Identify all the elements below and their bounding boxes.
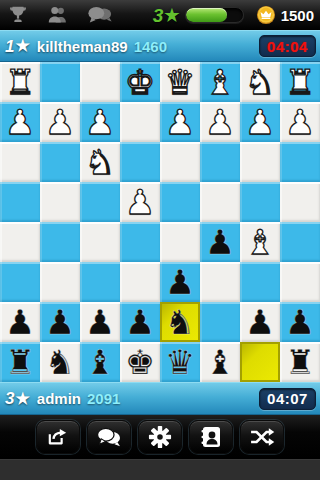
square-d1[interactable]: ♛ — [160, 62, 200, 102]
black-pawn-c5: ♟ — [205, 222, 235, 262]
chat-bubbles-icon — [96, 426, 122, 448]
xp-progress-fill — [186, 8, 226, 22]
contacts-icon — [199, 425, 223, 449]
black-pawn-h7: ♟ — [5, 302, 35, 342]
black-rook-a8: ♜ — [285, 342, 315, 382]
square-g7[interactable]: ♟ — [40, 302, 80, 342]
share-button[interactable] — [36, 420, 80, 454]
square-a1[interactable]: ♜ — [280, 62, 320, 102]
square-b6[interactable] — [240, 262, 280, 302]
square-a5[interactable] — [280, 222, 320, 262]
square-d7[interactable]: ♞ — [160, 302, 200, 342]
trophy-icon[interactable] — [6, 4, 30, 26]
shuffle-icon — [249, 427, 275, 447]
square-g8[interactable]: ♞ — [40, 342, 80, 382]
square-h4[interactable] — [0, 182, 40, 222]
top-player-clock: 04:04 — [259, 35, 316, 57]
black-pawn-e7: ♟ — [125, 302, 155, 342]
white-rook-h1: ♜ — [5, 62, 35, 102]
settings-button[interactable] — [138, 420, 182, 454]
bottom-player-bar: 3★ admin 2091 04:07 — [0, 382, 320, 415]
bottom-player-name: admin — [37, 390, 81, 407]
white-pawn-e4: ♟ — [125, 182, 155, 222]
square-a2[interactable]: ♟ — [280, 102, 320, 142]
top-player-star-icon: ★ — [15, 38, 29, 54]
status-bar: 3★ 1500 — [0, 0, 320, 30]
square-d4[interactable] — [160, 182, 200, 222]
black-pawn-a7: ♟ — [285, 302, 315, 342]
square-e6[interactable] — [120, 262, 160, 302]
square-b2[interactable]: ♟ — [240, 102, 280, 142]
square-f6[interactable] — [80, 262, 120, 302]
square-e7[interactable]: ♟ — [120, 302, 160, 342]
black-king-e8: ♚ — [125, 342, 155, 382]
square-h2[interactable]: ♟ — [0, 102, 40, 142]
white-pawn-a2: ♟ — [285, 102, 315, 142]
white-rook-a1: ♜ — [285, 62, 315, 102]
coin-amount: 1500 — [281, 7, 314, 24]
square-b1[interactable]: ♞ — [240, 62, 280, 102]
white-pawn-f2: ♟ — [85, 102, 115, 142]
players-icon[interactable] — [46, 4, 70, 26]
square-d2[interactable]: ♟ — [160, 102, 200, 142]
square-g1[interactable] — [40, 62, 80, 102]
black-knight-d7: ♞ — [165, 302, 195, 342]
square-c7[interactable] — [200, 302, 240, 342]
bottom-player-level: 3★ — [5, 390, 30, 407]
xp-progress-bar — [185, 7, 243, 23]
square-h8[interactable]: ♜ — [0, 342, 40, 382]
square-a7[interactable]: ♟ — [280, 302, 320, 342]
square-f2[interactable]: ♟ — [80, 102, 120, 142]
square-h5[interactable] — [0, 222, 40, 262]
square-c1[interactable]: ♝ — [200, 62, 240, 102]
square-a3[interactable] — [280, 142, 320, 182]
square-h1[interactable]: ♜ — [0, 62, 40, 102]
square-a8[interactable]: ♜ — [280, 342, 320, 382]
black-rook-h8: ♜ — [5, 342, 35, 382]
black-pawn-f7: ♟ — [85, 302, 115, 342]
square-b7[interactable]: ♟ — [240, 302, 280, 342]
square-e4[interactable]: ♟ — [120, 182, 160, 222]
bottom-player-clock: 04:07 — [259, 388, 316, 410]
chat-icon[interactable] — [87, 4, 113, 26]
square-f5[interactable] — [80, 222, 120, 262]
top-player-rating: 1460 — [134, 38, 167, 55]
black-pawn-d6: ♟ — [165, 262, 195, 302]
square-c2[interactable]: ♟ — [200, 102, 240, 142]
white-king-e1: ♚ — [125, 62, 155, 102]
square-e8[interactable]: ♚ — [120, 342, 160, 382]
square-f7[interactable]: ♟ — [80, 302, 120, 342]
square-b4[interactable] — [240, 182, 280, 222]
square-d8[interactable]: ♛ — [160, 342, 200, 382]
square-a6[interactable] — [280, 262, 320, 302]
square-b8[interactable] — [240, 342, 280, 382]
crown-coin-icon — [256, 5, 276, 25]
black-bishop-c8: ♝ — [205, 342, 235, 382]
bottom-toolbar — [0, 415, 320, 458]
gear-icon — [148, 425, 172, 449]
square-a4[interactable] — [280, 182, 320, 222]
square-e2[interactable] — [120, 102, 160, 142]
square-f4[interactable] — [80, 182, 120, 222]
square-b3[interactable] — [240, 142, 280, 182]
top-player-bar: 1★ killtheman89 1460 04:04 — [0, 30, 320, 62]
white-bishop-c1: ♝ — [205, 62, 235, 102]
shuffle-button[interactable] — [240, 420, 284, 454]
black-pawn-g7: ♟ — [45, 302, 75, 342]
square-c4[interactable] — [200, 182, 240, 222]
square-h7[interactable]: ♟ — [0, 302, 40, 342]
square-c5[interactable]: ♟ — [200, 222, 240, 262]
black-knight-g8: ♞ — [45, 342, 75, 382]
bottom-player-star-icon: ★ — [15, 391, 29, 407]
black-pawn-b7: ♟ — [245, 302, 275, 342]
square-h3[interactable] — [0, 142, 40, 182]
white-pawn-h2: ♟ — [5, 102, 35, 142]
square-h6[interactable] — [0, 262, 40, 302]
square-g5[interactable] — [40, 222, 80, 262]
bottom-player-rating: 2091 — [87, 390, 120, 407]
level-number: 3 — [153, 6, 164, 25]
square-f3[interactable]: ♞ — [80, 142, 120, 182]
white-pawn-d2: ♟ — [165, 102, 195, 142]
share-icon — [46, 427, 70, 447]
square-g4[interactable] — [40, 182, 80, 222]
white-bishop-b5: ♝ — [245, 222, 275, 262]
square-d6[interactable]: ♟ — [160, 262, 200, 302]
white-queen-d1: ♛ — [165, 62, 195, 102]
chat-button[interactable] — [87, 420, 131, 454]
white-pawn-g2: ♟ — [45, 102, 75, 142]
white-knight-f3: ♞ — [85, 142, 115, 182]
level-star-icon: ★ — [164, 7, 179, 24]
top-player-name: killtheman89 — [37, 38, 128, 55]
square-g6[interactable] — [40, 262, 80, 302]
square-d3[interactable] — [160, 142, 200, 182]
square-e1[interactable]: ♚ — [120, 62, 160, 102]
top-player-level: 1★ — [5, 38, 30, 55]
bottom-strip — [0, 458, 320, 480]
square-e3[interactable] — [120, 142, 160, 182]
contacts-button[interactable] — [189, 420, 233, 454]
coin-balance: 1500 — [256, 5, 314, 25]
level-badge: 3★ — [153, 6, 180, 25]
square-d5[interactable] — [160, 222, 200, 262]
square-e5[interactable] — [120, 222, 160, 262]
white-pawn-c2: ♟ — [205, 102, 235, 142]
square-c3[interactable] — [200, 142, 240, 182]
white-pawn-b2: ♟ — [245, 102, 275, 142]
black-queen-d8: ♛ — [165, 342, 195, 382]
square-g2[interactable]: ♟ — [40, 102, 80, 142]
square-c8[interactable]: ♝ — [200, 342, 240, 382]
square-c6[interactable] — [200, 262, 240, 302]
square-g3[interactable] — [40, 142, 80, 182]
chess-app: 3★ 1500 1★ killtheman89 1460 04:04 ♜♚♛♝♞… — [0, 0, 320, 480]
white-knight-b1: ♞ — [245, 62, 275, 102]
square-f1[interactable] — [80, 62, 120, 102]
square-f8[interactable]: ♝ — [80, 342, 120, 382]
square-b5[interactable]: ♝ — [240, 222, 280, 262]
chess-board: ♜♚♛♝♞♜♟♟♟♟♟♟♟♞♟♟♝♟♟♟♟♟♞♟♟♜♞♝♚♛♝♜ — [0, 62, 320, 382]
black-bishop-f8: ♝ — [85, 342, 115, 382]
